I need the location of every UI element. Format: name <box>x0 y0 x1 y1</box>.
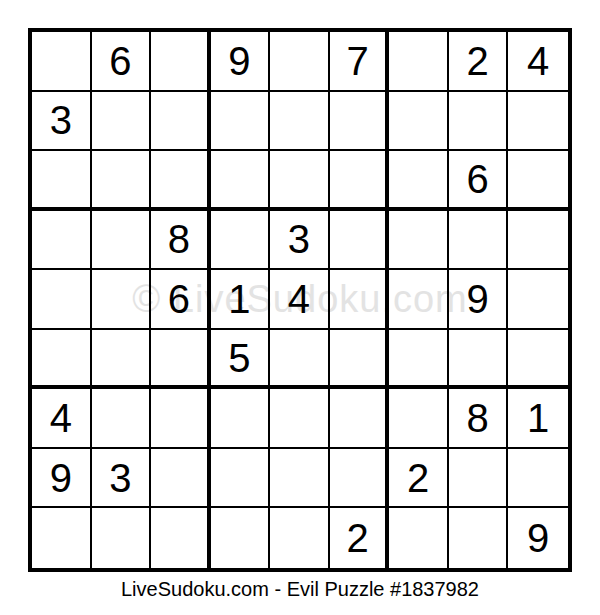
sudoku-cell-r8c1[interactable]: 9 <box>32 449 92 509</box>
sudoku-cell-r4c7[interactable] <box>389 211 449 271</box>
sudoku-cell-r8c4[interactable] <box>211 449 271 509</box>
sudoku-cell-r6c4[interactable]: 5 <box>211 330 271 390</box>
sudoku-cell-r2c3[interactable] <box>151 92 211 152</box>
sudoku-cell-r9c8[interactable] <box>449 508 509 568</box>
sudoku-cell-r7c2[interactable] <box>92 389 152 449</box>
sudoku-board: 6972436836149548193229 <box>28 28 572 572</box>
sudoku-cell-r3c3[interactable] <box>151 151 211 211</box>
sudoku-cell-r4c2[interactable] <box>92 211 152 271</box>
sudoku-cell-r6c5[interactable] <box>270 330 330 390</box>
sudoku-cell-r6c2[interactable] <box>92 330 152 390</box>
sudoku-cell-r9c7[interactable] <box>389 508 449 568</box>
sudoku-cell-r4c5[interactable]: 3 <box>270 211 330 271</box>
sudoku-cell-r5c2[interactable] <box>92 270 152 330</box>
sudoku-cell-r5c9[interactable] <box>508 270 568 330</box>
sudoku-cell-r9c4[interactable] <box>211 508 271 568</box>
sudoku-cell-r2c6[interactable] <box>330 92 390 152</box>
sudoku-cell-r9c6[interactable]: 2 <box>330 508 390 568</box>
page: { "game": "sudoku", "position": "0609070… <box>0 0 600 615</box>
sudoku-cell-r7c9[interactable]: 1 <box>508 389 568 449</box>
sudoku-cell-r8c8[interactable] <box>449 449 509 509</box>
sudoku-cell-r3c7[interactable] <box>389 151 449 211</box>
sudoku-cell-r9c1[interactable] <box>32 508 92 568</box>
sudoku-cell-r2c2[interactable] <box>92 92 152 152</box>
sudoku-cell-r8c5[interactable] <box>270 449 330 509</box>
sudoku-cell-r5c8[interactable]: 9 <box>449 270 509 330</box>
sudoku-cell-r3c8[interactable]: 6 <box>449 151 509 211</box>
sudoku-cell-r7c4[interactable] <box>211 389 271 449</box>
sudoku-cell-r4c4[interactable] <box>211 211 271 271</box>
sudoku-cell-r7c7[interactable] <box>389 389 449 449</box>
sudoku-cell-r7c8[interactable]: 8 <box>449 389 509 449</box>
sudoku-cell-r1c9[interactable]: 4 <box>508 32 568 92</box>
sudoku-cell-r3c5[interactable] <box>270 151 330 211</box>
sudoku-cell-r5c4[interactable]: 1 <box>211 270 271 330</box>
sudoku-cell-r1c7[interactable] <box>389 32 449 92</box>
sudoku-cell-r2c8[interactable] <box>449 92 509 152</box>
sudoku-cell-r8c3[interactable] <box>151 449 211 509</box>
sudoku-cell-r7c1[interactable]: 4 <box>32 389 92 449</box>
sudoku-cell-r4c6[interactable] <box>330 211 390 271</box>
sudoku-cell-r6c7[interactable] <box>389 330 449 390</box>
sudoku-cell-r1c1[interactable] <box>32 32 92 92</box>
sudoku-cell-r1c4[interactable]: 9 <box>211 32 271 92</box>
sudoku-cell-r5c1[interactable] <box>32 270 92 330</box>
sudoku-cell-r4c3[interactable]: 8 <box>151 211 211 271</box>
sudoku-cell-r1c6[interactable]: 7 <box>330 32 390 92</box>
sudoku-cell-r3c4[interactable] <box>211 151 271 211</box>
sudoku-cell-r2c5[interactable] <box>270 92 330 152</box>
sudoku-cell-r8c6[interactable] <box>330 449 390 509</box>
sudoku-cell-r5c3[interactable]: 6 <box>151 270 211 330</box>
sudoku-cell-r7c3[interactable] <box>151 389 211 449</box>
sudoku-cell-r4c1[interactable] <box>32 211 92 271</box>
sudoku-cell-r8c2[interactable]: 3 <box>92 449 152 509</box>
sudoku-cell-r2c4[interactable] <box>211 92 271 152</box>
sudoku-cell-r2c7[interactable] <box>389 92 449 152</box>
sudoku-cell-r3c1[interactable] <box>32 151 92 211</box>
sudoku-cell-r1c5[interactable] <box>270 32 330 92</box>
sudoku-cell-r4c8[interactable] <box>449 211 509 271</box>
sudoku-cell-r5c7[interactable] <box>389 270 449 330</box>
sudoku-cell-r8c9[interactable] <box>508 449 568 509</box>
sudoku-cell-r6c8[interactable] <box>449 330 509 390</box>
sudoku-cell-r3c6[interactable] <box>330 151 390 211</box>
sudoku-cell-r9c9[interactable]: 9 <box>508 508 568 568</box>
sudoku-cell-r1c8[interactable]: 2 <box>449 32 509 92</box>
sudoku-cell-r7c5[interactable] <box>270 389 330 449</box>
sudoku-cell-r2c1[interactable]: 3 <box>32 92 92 152</box>
sudoku-cell-r7c6[interactable] <box>330 389 390 449</box>
sudoku-cell-r9c3[interactable] <box>151 508 211 568</box>
sudoku-cell-r3c2[interactable] <box>92 151 152 211</box>
sudoku-cell-r6c1[interactable] <box>32 330 92 390</box>
sudoku-cell-r4c9[interactable] <box>508 211 568 271</box>
sudoku-cell-r6c6[interactable] <box>330 330 390 390</box>
sudoku-cell-r8c7[interactable]: 2 <box>389 449 449 509</box>
sudoku-cell-r3c9[interactable] <box>508 151 568 211</box>
sudoku-cell-r1c3[interactable] <box>151 32 211 92</box>
sudoku-cell-r5c5[interactable]: 4 <box>270 270 330 330</box>
sudoku-cell-r5c6[interactable] <box>330 270 390 330</box>
sudoku-cell-r2c9[interactable] <box>508 92 568 152</box>
puzzle-caption: LiveSudoku.com - Evil Puzzle #1837982 <box>0 578 600 601</box>
sudoku-cell-r9c5[interactable] <box>270 508 330 568</box>
sudoku-cell-r6c3[interactable] <box>151 330 211 390</box>
sudoku-cell-r1c2[interactable]: 6 <box>92 32 152 92</box>
sudoku-cell-r9c2[interactable] <box>92 508 152 568</box>
sudoku-cell-r6c9[interactable] <box>508 330 568 390</box>
